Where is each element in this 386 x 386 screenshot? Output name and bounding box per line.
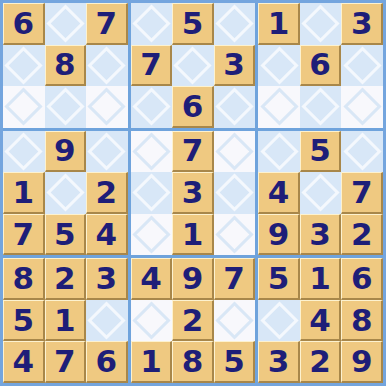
cell-r7c9: 6 <box>341 258 383 300</box>
cell-r2c2: 8 <box>45 45 87 87</box>
cell-r2c9[interactable] <box>341 45 383 87</box>
diamond-icon <box>215 88 253 126</box>
diamond-icon <box>46 174 84 212</box>
cell-r4c3[interactable] <box>86 131 128 173</box>
diamond-icon <box>88 302 126 340</box>
diamond-icon <box>88 46 126 84</box>
cell-r5c1: 1 <box>3 172 45 214</box>
cell-r1c2[interactable] <box>45 3 87 45</box>
cell-r4c7[interactable] <box>258 131 300 173</box>
cell-r8c2: 1 <box>45 300 87 342</box>
cell-r8c3[interactable] <box>86 300 128 342</box>
cell-r9c4: 1 <box>131 341 173 383</box>
diamond-icon <box>88 132 126 170</box>
sudoku-box-5: 731 <box>131 131 256 256</box>
cell-r2c7[interactable] <box>258 45 300 87</box>
diamond-icon <box>260 132 298 170</box>
cell-r4c1[interactable] <box>3 131 45 173</box>
diamond-icon <box>5 88 43 126</box>
cell-r1c5: 5 <box>172 3 214 45</box>
diamond-icon <box>46 5 84 43</box>
cell-r9c1: 4 <box>3 341 45 383</box>
cell-r5c7: 4 <box>258 172 300 214</box>
cell-r1c3: 7 <box>86 3 128 45</box>
cell-r9c5: 8 <box>172 341 214 383</box>
cell-r8c8: 4 <box>300 300 342 342</box>
diamond-icon <box>215 302 253 340</box>
cell-r3c8[interactable] <box>300 86 342 128</box>
diamond-icon <box>343 132 381 170</box>
cell-r1c7: 1 <box>258 3 300 45</box>
cell-r2c1[interactable] <box>3 45 45 87</box>
cell-r9c9: 9 <box>341 341 383 383</box>
cell-r5c3: 2 <box>86 172 128 214</box>
cell-r4c8: 5 <box>300 131 342 173</box>
diamond-icon <box>132 5 170 43</box>
cell-r8c7[interactable] <box>258 300 300 342</box>
sudoku-box-1: 678 <box>3 3 128 128</box>
cell-r5c2[interactable] <box>45 172 87 214</box>
sudoku-box-9: 51648329 <box>258 258 383 383</box>
cell-r6c9: 2 <box>341 214 383 256</box>
cell-r3c9[interactable] <box>341 86 383 128</box>
cell-r2c5[interactable] <box>172 45 214 87</box>
sudoku-box-7: 82351476 <box>3 258 128 383</box>
cell-r6c6[interactable] <box>214 214 256 256</box>
cell-r8c6[interactable] <box>214 300 256 342</box>
diamond-icon <box>132 88 170 126</box>
diamond-icon <box>132 132 170 170</box>
cell-r7c8: 1 <box>300 258 342 300</box>
cell-r1c8[interactable] <box>300 3 342 45</box>
cell-r9c7: 3 <box>258 341 300 383</box>
cell-r4c6[interactable] <box>214 131 256 173</box>
sudoku-box-6: 547932 <box>258 131 383 256</box>
diamond-icon <box>302 5 340 43</box>
sudoku-box-2: 5736 <box>131 3 256 128</box>
cell-r4c5: 7 <box>172 131 214 173</box>
cell-r2c6: 3 <box>214 45 256 87</box>
cell-r4c4[interactable] <box>131 131 173 173</box>
diamond-icon <box>343 88 381 126</box>
diamond-icon <box>5 132 43 170</box>
sudoku-board: 6785736136912754731547932823514764972185… <box>0 0 386 386</box>
sudoku-box-8: 4972185 <box>131 258 256 383</box>
diamond-icon <box>215 132 253 170</box>
cell-r4c9[interactable] <box>341 131 383 173</box>
cell-r3c3[interactable] <box>86 86 128 128</box>
cell-r9c3: 6 <box>86 341 128 383</box>
cell-r5c8[interactable] <box>300 172 342 214</box>
cell-r7c7: 5 <box>258 258 300 300</box>
cell-r5c6[interactable] <box>214 172 256 214</box>
diamond-icon <box>260 302 298 340</box>
cell-r5c5: 3 <box>172 172 214 214</box>
cell-r9c2: 7 <box>45 341 87 383</box>
diamond-icon <box>343 46 381 84</box>
cell-r1c6[interactable] <box>214 3 256 45</box>
cell-r6c7: 9 <box>258 214 300 256</box>
cell-r3c7[interactable] <box>258 86 300 128</box>
cell-r8c5: 2 <box>172 300 214 342</box>
diamond-icon <box>46 88 84 126</box>
cell-r5c9: 7 <box>341 172 383 214</box>
cell-r7c3: 3 <box>86 258 128 300</box>
diamond-icon <box>88 88 126 126</box>
cell-r9c8: 2 <box>300 341 342 383</box>
cell-r2c4: 7 <box>131 45 173 87</box>
diamond-icon <box>5 46 43 84</box>
cell-r2c3[interactable] <box>86 45 128 87</box>
cell-r2c8: 6 <box>300 45 342 87</box>
cell-r4c2: 9 <box>45 131 87 173</box>
cell-r6c3: 4 <box>86 214 128 256</box>
sudoku-box-4: 912754 <box>3 131 128 256</box>
cell-r9c6: 5 <box>214 341 256 383</box>
cell-r3c6[interactable] <box>214 86 256 128</box>
diamond-icon <box>215 174 253 212</box>
cell-r1c1: 6 <box>3 3 45 45</box>
diamond-icon <box>132 302 170 340</box>
cell-r3c1[interactable] <box>3 86 45 128</box>
cell-r3c4[interactable] <box>131 86 173 128</box>
cell-r7c2: 2 <box>45 258 87 300</box>
cell-r6c1: 7 <box>3 214 45 256</box>
cell-r6c8: 3 <box>300 214 342 256</box>
cell-r6c5: 1 <box>172 214 214 256</box>
diamond-icon <box>215 5 253 43</box>
cell-r7c5: 9 <box>172 258 214 300</box>
diamond-icon <box>260 88 298 126</box>
cell-r7c6: 7 <box>214 258 256 300</box>
cell-r1c4[interactable] <box>131 3 173 45</box>
diamond-icon <box>260 46 298 84</box>
diamond-icon <box>174 46 212 84</box>
sudoku-box-3: 136 <box>258 3 383 128</box>
diamond-icon <box>302 174 340 212</box>
diamond-icon <box>132 215 170 253</box>
cell-r7c4: 4 <box>131 258 173 300</box>
cell-r8c9: 8 <box>341 300 383 342</box>
cell-r6c2: 5 <box>45 214 87 256</box>
cell-r1c9: 3 <box>341 3 383 45</box>
cell-r7c1: 8 <box>3 258 45 300</box>
cell-r8c1: 5 <box>3 300 45 342</box>
diamond-icon <box>215 215 253 253</box>
cell-r6c4[interactable] <box>131 214 173 256</box>
cell-r3c2[interactable] <box>45 86 87 128</box>
diamond-icon <box>132 174 170 212</box>
cell-r3c5: 6 <box>172 86 214 128</box>
cell-r5c4[interactable] <box>131 172 173 214</box>
diamond-icon <box>302 88 340 126</box>
cell-r8c4[interactable] <box>131 300 173 342</box>
